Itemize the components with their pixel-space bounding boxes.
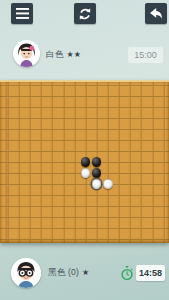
intersection[interactable] — [135, 157, 146, 168]
intersection[interactable] — [24, 168, 35, 179]
intersection[interactable] — [69, 223, 80, 234]
intersection[interactable] — [35, 234, 46, 243]
intersection[interactable] — [147, 168, 158, 179]
white-player-row: 白色★★ 15:00 — [0, 39, 169, 71]
intersection[interactable] — [135, 168, 146, 179]
intersection[interactable] — [135, 80, 146, 91]
intersection[interactable] — [24, 179, 35, 190]
intersection[interactable] — [2, 234, 13, 243]
intersection[interactable] — [113, 212, 124, 223]
white-player-timer: 15:00 — [128, 47, 163, 63]
intersection[interactable] — [58, 234, 69, 243]
intersection[interactable] — [24, 113, 35, 124]
intersection[interactable] — [2, 80, 13, 91]
intersection[interactable] — [35, 157, 46, 168]
intersection[interactable] — [24, 124, 35, 135]
intersection[interactable] — [13, 223, 24, 234]
intersection[interactable] — [24, 91, 35, 102]
intersection[interactable] — [58, 223, 69, 234]
intersection[interactable] — [47, 91, 58, 102]
intersection[interactable] — [80, 80, 91, 91]
intersection[interactable] — [124, 80, 135, 91]
intersection[interactable] — [58, 91, 69, 102]
intersection[interactable] — [124, 223, 135, 234]
intersection[interactable] — [2, 179, 13, 190]
intersection[interactable] — [124, 212, 135, 223]
white-player-name: 白色 — [46, 49, 63, 59]
intersection[interactable] — [102, 146, 113, 157]
intersection[interactable] — [47, 168, 58, 179]
intersection[interactable] — [147, 113, 158, 124]
intersection[interactable] — [113, 201, 124, 212]
intersection[interactable] — [35, 212, 46, 223]
intersection[interactable] — [124, 113, 135, 124]
intersection[interactable] — [158, 179, 169, 190]
menu-button[interactable] — [11, 3, 33, 24]
intersection[interactable] — [24, 102, 35, 113]
white-stone — [81, 168, 91, 178]
intersection[interactable] — [47, 135, 58, 146]
intersection[interactable] — [113, 80, 124, 91]
intersection[interactable] — [58, 102, 69, 113]
intersection[interactable] — [91, 80, 102, 91]
intersection[interactable] — [80, 146, 91, 157]
intersection[interactable] — [24, 157, 35, 168]
intersection[interactable] — [35, 190, 46, 201]
intersection[interactable] — [135, 102, 146, 113]
intersection[interactable] — [80, 102, 91, 113]
intersection[interactable] — [2, 124, 13, 135]
intersection[interactable] — [58, 168, 69, 179]
intersection[interactable] — [69, 135, 80, 146]
intersection[interactable] — [58, 146, 69, 157]
intersection[interactable] — [91, 157, 102, 168]
intersection[interactable] — [69, 91, 80, 102]
intersection[interactable] — [135, 234, 146, 243]
girl-avatar-illustration — [13, 40, 40, 67]
intersection[interactable] — [102, 190, 113, 201]
intersection[interactable] — [113, 135, 124, 146]
intersection[interactable] — [91, 113, 102, 124]
intersection[interactable] — [2, 168, 13, 179]
intersection[interactable] — [158, 113, 169, 124]
intersection[interactable] — [35, 91, 46, 102]
intersection[interactable] — [158, 135, 169, 146]
intersection[interactable] — [35, 179, 46, 190]
intersection[interactable] — [158, 212, 169, 223]
intersection[interactable] — [113, 124, 124, 135]
intersection[interactable] — [147, 146, 158, 157]
intersection[interactable] — [91, 91, 102, 102]
black-player-stars: ★ — [82, 268, 89, 277]
intersection[interactable] — [80, 91, 91, 102]
intersection[interactable] — [91, 190, 102, 201]
intersection[interactable] — [102, 179, 113, 190]
intersection[interactable] — [24, 80, 35, 91]
black-stone — [92, 157, 102, 167]
black-player-row: 黑色 (0)★ 14:58 — [0, 257, 169, 289]
intersection[interactable] — [47, 80, 58, 91]
sync-icon — [78, 7, 92, 21]
intersection[interactable] — [58, 190, 69, 201]
intersection[interactable] — [58, 113, 69, 124]
intersection[interactable] — [147, 91, 158, 102]
intersection[interactable] — [158, 234, 169, 243]
intersection[interactable] — [69, 168, 80, 179]
gomoku-app-screen: 白色★★ 15:00 黑色 (0)★ — [0, 0, 169, 300]
intersection[interactable] — [58, 201, 69, 212]
intersection[interactable] — [80, 113, 91, 124]
intersection[interactable] — [13, 102, 24, 113]
intersection[interactable] — [135, 179, 146, 190]
intersection[interactable] — [58, 80, 69, 91]
black-player-name: 黑色 (0) — [48, 267, 79, 277]
intersection[interactable] — [102, 135, 113, 146]
intersection[interactable] — [113, 102, 124, 113]
intersection[interactable] — [47, 113, 58, 124]
intersection[interactable] — [124, 234, 135, 243]
intersection[interactable] — [13, 113, 24, 124]
intersection[interactable] — [58, 135, 69, 146]
intersection[interactable] — [102, 113, 113, 124]
intersection[interactable] — [24, 135, 35, 146]
intersection[interactable] — [147, 212, 158, 223]
intersection[interactable] — [113, 168, 124, 179]
intersection[interactable] — [2, 212, 13, 223]
stopwatch-icon — [120, 266, 134, 281]
intersection[interactable] — [80, 223, 91, 234]
black-player-timer: 14:58 — [136, 265, 165, 281]
intersection[interactable] — [47, 190, 58, 201]
intersection[interactable] — [91, 168, 102, 179]
intersection[interactable] — [147, 190, 158, 201]
intersection[interactable] — [158, 168, 169, 179]
black-stone — [81, 157, 91, 167]
intersection[interactable] — [91, 146, 102, 157]
intersection[interactable] — [13, 168, 24, 179]
intersection[interactable] — [13, 190, 24, 201]
intersection[interactable] — [47, 201, 58, 212]
intersection[interactable] — [58, 212, 69, 223]
intersection[interactable] — [47, 146, 58, 157]
white-player-stars: ★★ — [66, 50, 81, 59]
intersection[interactable] — [2, 135, 13, 146]
intersection[interactable] — [24, 190, 35, 201]
intersection[interactable] — [124, 102, 135, 113]
intersection[interactable] — [147, 234, 158, 243]
intersection[interactable] — [47, 212, 58, 223]
intersection[interactable] — [158, 102, 169, 113]
intersection[interactable] — [147, 102, 158, 113]
intersection[interactable] — [135, 135, 146, 146]
intersection[interactable] — [24, 223, 35, 234]
white-player-label: 白色★★ — [46, 49, 81, 61]
intersection[interactable] — [102, 124, 113, 135]
intersection[interactable] — [69, 146, 80, 157]
intersection[interactable] — [135, 113, 146, 124]
black-stone — [92, 168, 102, 178]
intersection[interactable] — [69, 190, 80, 201]
intersection[interactable] — [47, 102, 58, 113]
intersection[interactable] — [124, 201, 135, 212]
intersection[interactable] — [147, 201, 158, 212]
intersection[interactable] — [35, 135, 46, 146]
intersection[interactable] — [124, 146, 135, 157]
intersection[interactable] — [58, 124, 69, 135]
intersection[interactable] — [58, 157, 69, 168]
intersection[interactable] — [69, 102, 80, 113]
intersection[interactable] — [80, 157, 91, 168]
intersection[interactable] — [13, 135, 24, 146]
intersection[interactable] — [124, 157, 135, 168]
intersection[interactable] — [91, 223, 102, 234]
intersection[interactable] — [35, 168, 46, 179]
intersection[interactable] — [13, 234, 24, 243]
intersection[interactable] — [158, 91, 169, 102]
intersection[interactable] — [158, 124, 169, 135]
intersection[interactable] — [24, 146, 35, 157]
intersection[interactable] — [135, 91, 146, 102]
intersection[interactable] — [13, 179, 24, 190]
intersection[interactable] — [80, 234, 91, 243]
intersection[interactable] — [135, 223, 146, 234]
intersection[interactable] — [147, 124, 158, 135]
intersection[interactable] — [69, 157, 80, 168]
intersection[interactable] — [69, 179, 80, 190]
intersection[interactable] — [113, 146, 124, 157]
intersection[interactable] — [113, 179, 124, 190]
intersection[interactable] — [91, 102, 102, 113]
intersection[interactable] — [102, 80, 113, 91]
intersection[interactable] — [158, 190, 169, 201]
intersection[interactable] — [147, 80, 158, 91]
intersection[interactable] — [24, 212, 35, 223]
intersection[interactable] — [2, 223, 13, 234]
intersection[interactable] — [158, 223, 169, 234]
intersection[interactable] — [47, 223, 58, 234]
intersection[interactable] — [113, 91, 124, 102]
black-player-label: 黑色 (0)★ — [48, 267, 89, 279]
intersection[interactable] — [80, 168, 91, 179]
undo-arrow-icon — [149, 7, 163, 20]
intersection[interactable] — [113, 190, 124, 201]
intersection[interactable] — [124, 135, 135, 146]
intersection[interactable] — [47, 124, 58, 135]
intersection[interactable] — [135, 146, 146, 157]
intersection[interactable] — [124, 190, 135, 201]
intersection[interactable] — [24, 201, 35, 212]
intersection[interactable] — [147, 223, 158, 234]
intersection[interactable] — [124, 179, 135, 190]
intersection[interactable] — [135, 201, 146, 212]
intersection[interactable] — [102, 223, 113, 234]
intersection[interactable] — [147, 157, 158, 168]
intersection[interactable] — [135, 212, 146, 223]
intersection[interactable] — [35, 113, 46, 124]
intersection[interactable] — [102, 212, 113, 223]
intersection[interactable] — [147, 179, 158, 190]
intersection[interactable] — [124, 168, 135, 179]
intersection[interactable] — [35, 223, 46, 234]
intersection[interactable] — [102, 91, 113, 102]
intersection[interactable] — [135, 124, 146, 135]
intersection[interactable] — [2, 190, 13, 201]
intersection[interactable] — [113, 234, 124, 243]
intersection[interactable] — [102, 102, 113, 113]
intersection[interactable] — [47, 179, 58, 190]
intersection[interactable] — [91, 179, 102, 190]
hamburger-icon — [16, 8, 29, 19]
intersection[interactable] — [80, 190, 91, 201]
intersection[interactable] — [113, 157, 124, 168]
intersection[interactable] — [2, 146, 13, 157]
intersection[interactable] — [124, 91, 135, 102]
intersection[interactable] — [69, 80, 80, 91]
intersection[interactable] — [13, 212, 24, 223]
intersection[interactable] — [80, 179, 91, 190]
intersection[interactable] — [91, 201, 102, 212]
intersection[interactable] — [35, 146, 46, 157]
black-player-avatar[interactable] — [11, 258, 41, 288]
intersection[interactable] — [91, 124, 102, 135]
intersection[interactable] — [2, 91, 13, 102]
intersection[interactable] — [102, 168, 113, 179]
intersection[interactable] — [47, 234, 58, 243]
intersection[interactable] — [113, 113, 124, 124]
intersection[interactable] — [80, 135, 91, 146]
intersection[interactable] — [102, 234, 113, 243]
intersection[interactable] — [13, 146, 24, 157]
intersection[interactable] — [135, 190, 146, 201]
intersection[interactable] — [58, 179, 69, 190]
gomoku-board — [0, 80, 169, 243]
intersection[interactable] — [35, 80, 46, 91]
intersection[interactable] — [69, 124, 80, 135]
white-player-avatar[interactable] — [13, 40, 40, 67]
intersection[interactable] — [13, 80, 24, 91]
intersection[interactable] — [69, 201, 80, 212]
boy-avatar-illustration — [11, 258, 41, 288]
intersection[interactable] — [35, 201, 46, 212]
intersection[interactable] — [69, 212, 80, 223]
intersection[interactable] — [91, 135, 102, 146]
intersection[interactable] — [124, 124, 135, 135]
intersection[interactable] — [69, 234, 80, 243]
white-stone — [103, 179, 113, 189]
intersection[interactable] — [91, 234, 102, 243]
intersection[interactable] — [158, 80, 169, 91]
intersection[interactable] — [47, 157, 58, 168]
intersection[interactable] — [2, 157, 13, 168]
intersection[interactable] — [102, 157, 113, 168]
intersection[interactable] — [80, 212, 91, 223]
board-grid — [2, 80, 169, 243]
sync-button[interactable] — [74, 3, 96, 24]
intersection[interactable] — [80, 124, 91, 135]
intersection[interactable] — [2, 113, 13, 124]
intersection[interactable] — [102, 201, 113, 212]
intersection[interactable] — [13, 201, 24, 212]
intersection[interactable] — [158, 146, 169, 157]
intersection[interactable] — [80, 201, 91, 212]
intersection[interactable] — [13, 91, 24, 102]
intersection[interactable] — [13, 157, 24, 168]
intersection[interactable] — [91, 212, 102, 223]
intersection[interactable] — [2, 102, 13, 113]
undo-button[interactable] — [145, 3, 167, 24]
intersection[interactable] — [24, 234, 35, 243]
intersection[interactable] — [2, 201, 13, 212]
intersection[interactable] — [113, 223, 124, 234]
intersection[interactable] — [147, 135, 158, 146]
intersection[interactable] — [35, 102, 46, 113]
intersection[interactable] — [158, 157, 169, 168]
intersection[interactable] — [35, 124, 46, 135]
white-stone-last-move — [92, 179, 102, 189]
intersection[interactable] — [158, 201, 169, 212]
intersection[interactable] — [13, 124, 24, 135]
intersection[interactable] — [69, 113, 80, 124]
